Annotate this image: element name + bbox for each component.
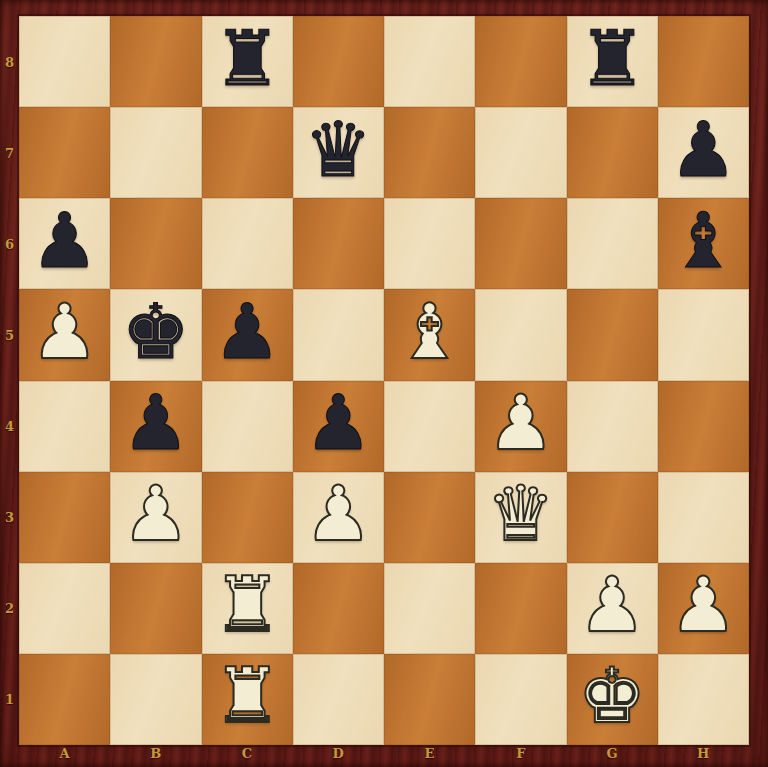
square-g2[interactable]: ♟ xyxy=(567,563,658,654)
square-b1[interactable] xyxy=(110,654,201,745)
square-h2[interactable]: ♟ xyxy=(658,563,749,654)
piece-white-p-f4[interactable]: ♟ xyxy=(487,385,555,461)
square-f8[interactable] xyxy=(475,16,566,107)
square-h7[interactable]: ♟ xyxy=(658,107,749,198)
square-e1[interactable] xyxy=(384,654,475,745)
square-g8[interactable]: ♜ xyxy=(567,16,658,107)
square-b2[interactable] xyxy=(110,563,201,654)
square-a8[interactable] xyxy=(19,16,110,107)
file-label-b: B xyxy=(110,747,201,767)
piece-black-r-g8[interactable]: ♜ xyxy=(578,21,646,97)
piece-black-r-c8[interactable]: ♜ xyxy=(213,21,281,97)
square-g5[interactable] xyxy=(567,289,658,380)
square-f1[interactable] xyxy=(475,654,566,745)
file-label-g: G xyxy=(567,747,658,767)
rank-label-1: 1 xyxy=(0,693,19,706)
square-e3[interactable] xyxy=(384,472,475,563)
rank-label-8: 8 xyxy=(0,56,19,69)
piece-black-p-d4[interactable]: ♟ xyxy=(304,385,372,461)
square-b6[interactable] xyxy=(110,198,201,289)
square-b7[interactable] xyxy=(110,107,201,198)
piece-white-b-e5[interactable]: ♝ xyxy=(396,294,464,370)
square-d3[interactable]: ♟ xyxy=(293,472,384,563)
piece-white-p-a5[interactable]: ♟ xyxy=(31,294,99,370)
square-c3[interactable] xyxy=(202,472,293,563)
file-label-c: C xyxy=(202,747,293,767)
square-f5[interactable] xyxy=(475,289,566,380)
square-g4[interactable] xyxy=(567,381,658,472)
square-e6[interactable] xyxy=(384,198,475,289)
square-e5[interactable]: ♝ xyxy=(384,289,475,380)
square-f2[interactable] xyxy=(475,563,566,654)
square-h6[interactable]: ♝ xyxy=(658,198,749,289)
piece-black-b-h6[interactable]: ♝ xyxy=(669,203,737,279)
rank-label-6: 6 xyxy=(0,238,19,251)
file-label-h: H xyxy=(658,747,749,767)
square-b8[interactable] xyxy=(110,16,201,107)
square-a3[interactable] xyxy=(19,472,110,563)
square-g3[interactable] xyxy=(567,472,658,563)
file-label-f: F xyxy=(475,747,566,767)
piece-black-q-d7[interactable]: ♛ xyxy=(304,112,372,188)
piece-white-k-g1[interactable]: ♚ xyxy=(578,658,646,734)
square-c7[interactable] xyxy=(202,107,293,198)
square-d4[interactable]: ♟ xyxy=(293,381,384,472)
square-c2[interactable]: ♜ xyxy=(202,563,293,654)
square-d1[interactable] xyxy=(293,654,384,745)
square-d6[interactable] xyxy=(293,198,384,289)
rank-label-2: 2 xyxy=(0,602,19,615)
piece-white-p-d3[interactable]: ♟ xyxy=(304,476,372,552)
file-label-d: D xyxy=(293,747,384,767)
square-h8[interactable] xyxy=(658,16,749,107)
square-a5[interactable]: ♟ xyxy=(19,289,110,380)
square-h3[interactable] xyxy=(658,472,749,563)
square-d7[interactable]: ♛ xyxy=(293,107,384,198)
square-d5[interactable] xyxy=(293,289,384,380)
square-c1[interactable]: ♜ xyxy=(202,654,293,745)
square-c5[interactable]: ♟ xyxy=(202,289,293,380)
rank-label-4: 4 xyxy=(0,420,19,433)
square-e7[interactable] xyxy=(384,107,475,198)
square-f6[interactable] xyxy=(475,198,566,289)
piece-black-p-b4[interactable]: ♟ xyxy=(122,385,190,461)
square-h4[interactable] xyxy=(658,381,749,472)
square-d8[interactable] xyxy=(293,16,384,107)
piece-black-k-b5[interactable]: ♚ xyxy=(122,294,190,370)
piece-white-p-g2[interactable]: ♟ xyxy=(578,567,646,643)
square-f3[interactable]: ♛ xyxy=(475,472,566,563)
square-c4[interactable] xyxy=(202,381,293,472)
file-label-a: A xyxy=(19,747,110,767)
square-b3[interactable]: ♟ xyxy=(110,472,201,563)
square-a4[interactable] xyxy=(19,381,110,472)
square-g7[interactable] xyxy=(567,107,658,198)
piece-white-r-c2[interactable]: ♜ xyxy=(213,567,281,643)
square-g6[interactable] xyxy=(567,198,658,289)
square-f7[interactable] xyxy=(475,107,566,198)
piece-black-p-h7[interactable]: ♟ xyxy=(669,112,737,188)
square-b4[interactable]: ♟ xyxy=(110,381,201,472)
piece-black-p-a6[interactable]: ♟ xyxy=(31,203,99,279)
square-h1[interactable] xyxy=(658,654,749,745)
chess-board: ♜♜♛♟♟♝♟♚♟♝♟♟♟♟♟♛♜♟♟♜♚ xyxy=(19,16,749,745)
square-h5[interactable] xyxy=(658,289,749,380)
square-a1[interactable] xyxy=(19,654,110,745)
rank-label-5: 5 xyxy=(0,329,19,342)
file-label-e: E xyxy=(384,747,475,767)
piece-black-p-c5[interactable]: ♟ xyxy=(213,294,281,370)
square-a2[interactable] xyxy=(19,563,110,654)
square-f4[interactable]: ♟ xyxy=(475,381,566,472)
piece-white-p-h2[interactable]: ♟ xyxy=(669,567,737,643)
square-d2[interactable] xyxy=(293,563,384,654)
piece-white-q-f3[interactable]: ♛ xyxy=(487,476,555,552)
square-e4[interactable] xyxy=(384,381,475,472)
square-a7[interactable] xyxy=(19,107,110,198)
piece-white-r-c1[interactable]: ♜ xyxy=(213,658,281,734)
square-e2[interactable] xyxy=(384,563,475,654)
square-e8[interactable] xyxy=(384,16,475,107)
square-c6[interactable] xyxy=(202,198,293,289)
piece-white-p-b3[interactable]: ♟ xyxy=(122,476,190,552)
square-b5[interactable]: ♚ xyxy=(110,289,201,380)
rank-label-3: 3 xyxy=(0,511,19,524)
rank-label-7: 7 xyxy=(0,147,19,160)
square-c8[interactable]: ♜ xyxy=(202,16,293,107)
square-a6[interactable]: ♟ xyxy=(19,198,110,289)
square-g1[interactable]: ♚ xyxy=(567,654,658,745)
